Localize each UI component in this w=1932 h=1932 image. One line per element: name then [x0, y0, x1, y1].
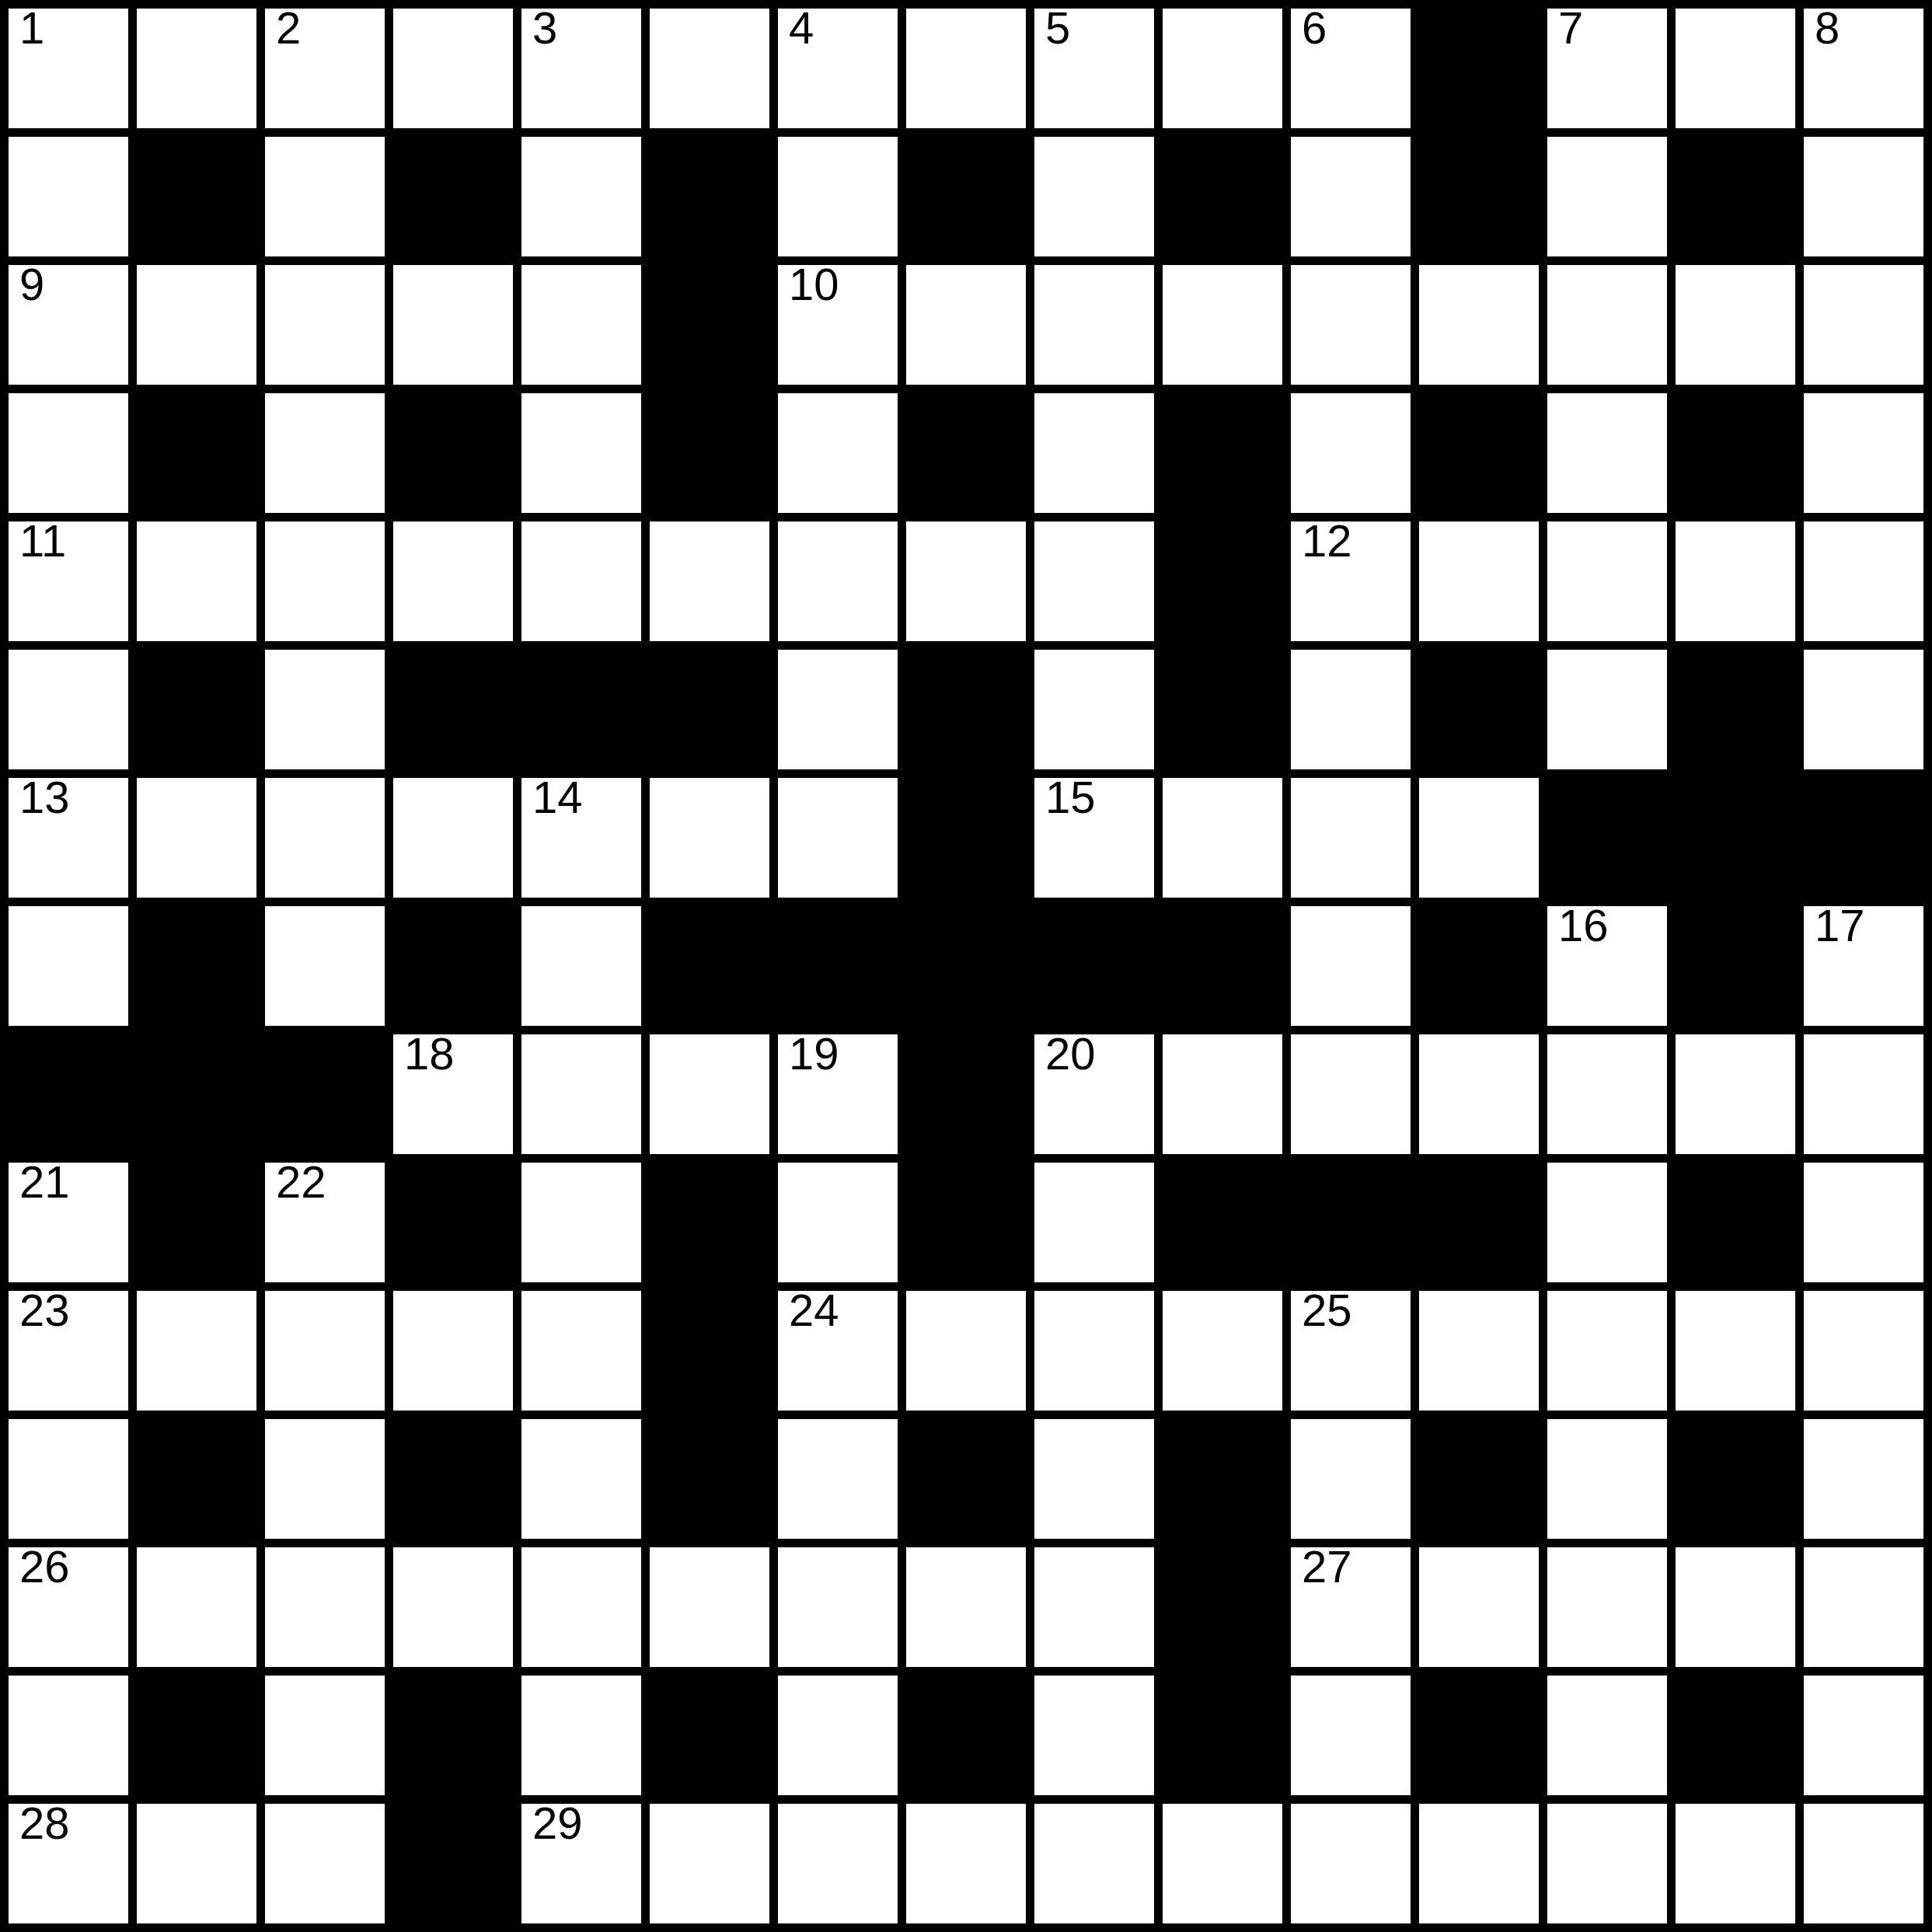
white-cell-r8-c13[interactable] — [1676, 1034, 1795, 1154]
black-cell-r3-c7 — [906, 393, 1026, 513]
white-cell-r7-c2[interactable] — [265, 906, 385, 1026]
black-cell-r6-c7 — [906, 778, 1026, 898]
black-cell-r5-c9 — [1163, 650, 1282, 769]
white-cell-r12-c3[interactable] — [393, 1547, 513, 1667]
white-cell-r14-c5[interactable] — [650, 1804, 769, 1923]
white-cell-r4-c2[interactable] — [265, 521, 385, 641]
white-cell-r10-c8[interactable] — [1034, 1291, 1154, 1411]
white-cell-r2-c0[interactable]: 9 — [9, 265, 128, 385]
white-cell-r5-c12[interactable] — [1547, 650, 1667, 769]
black-cell-r9-c7 — [906, 1163, 1026, 1282]
clue-number-14: 14 — [532, 775, 583, 820]
white-cell-r8-c8[interactable]: 20 — [1034, 1034, 1154, 1154]
black-cell-r0-c11 — [1419, 9, 1539, 128]
black-cell-r11-c13 — [1676, 1419, 1795, 1539]
white-cell-r8-c4[interactable] — [521, 1034, 641, 1154]
white-cell-r7-c12[interactable]: 16 — [1547, 906, 1667, 1026]
white-cell-r2-c2[interactable] — [265, 265, 385, 385]
clue-number-3: 3 — [532, 5, 557, 51]
white-cell-r3-c12[interactable] — [1547, 393, 1667, 513]
white-cell-r10-c13[interactable] — [1676, 1291, 1795, 1411]
white-cell-r14-c8[interactable] — [1034, 1804, 1154, 1923]
white-cell-r7-c4[interactable] — [521, 906, 641, 1026]
white-cell-r13-c10[interactable] — [1291, 1676, 1411, 1795]
white-cell-r1-c6[interactable] — [778, 137, 898, 256]
black-cell-r8-c1 — [137, 1034, 256, 1154]
white-cell-r0-c5[interactable] — [650, 9, 769, 128]
white-cell-r2-c14[interactable] — [1804, 265, 1923, 385]
white-cell-r1-c14[interactable] — [1804, 137, 1923, 256]
white-cell-r4-c3[interactable] — [393, 521, 513, 641]
white-cell-r11-c14[interactable] — [1804, 1419, 1923, 1539]
white-cell-r5-c8[interactable] — [1034, 650, 1154, 769]
white-cell-r2-c3[interactable] — [393, 265, 513, 385]
white-cell-r8-c3[interactable]: 18 — [393, 1034, 513, 1154]
white-cell-r0-c6[interactable]: 4 — [778, 9, 898, 128]
clue-number-10: 10 — [789, 262, 839, 307]
white-cell-r2-c10[interactable] — [1291, 265, 1411, 385]
clue-number-23: 23 — [19, 1288, 70, 1333]
white-cell-r14-c6[interactable] — [778, 1804, 898, 1923]
white-cell-r12-c4[interactable] — [521, 1547, 641, 1667]
white-cell-r7-c10[interactable] — [1291, 906, 1411, 1026]
white-cell-r0-c1[interactable] — [137, 9, 256, 128]
clue-number-17: 17 — [1815, 903, 1865, 948]
clue-number-9: 9 — [19, 262, 44, 307]
white-cell-r14-c12[interactable] — [1547, 1804, 1667, 1923]
black-cell-r7-c9 — [1163, 906, 1282, 1026]
white-cell-r8-c12[interactable] — [1547, 1034, 1667, 1154]
black-cell-r9-c9 — [1163, 1163, 1282, 1282]
white-cell-r6-c3[interactable] — [393, 778, 513, 898]
black-cell-r9-c5 — [650, 1163, 769, 1282]
black-cell-r1-c9 — [1163, 137, 1282, 256]
white-cell-r4-c13[interactable] — [1676, 521, 1795, 641]
black-cell-r12-c9 — [1163, 1547, 1282, 1667]
white-cell-r12-c7[interactable] — [906, 1547, 1026, 1667]
white-cell-r10-c14[interactable] — [1804, 1291, 1923, 1411]
white-cell-r12-c5[interactable] — [650, 1547, 769, 1667]
white-cell-r4-c4[interactable] — [521, 521, 641, 641]
white-cell-r11-c0[interactable] — [9, 1419, 128, 1539]
white-cell-r4-c5[interactable] — [650, 521, 769, 641]
white-cell-r0-c3[interactable] — [393, 9, 513, 128]
white-cell-r13-c14[interactable] — [1804, 1676, 1923, 1795]
white-cell-r4-c11[interactable] — [1419, 521, 1539, 641]
white-cell-r2-c9[interactable] — [1163, 265, 1282, 385]
white-cell-r6-c11[interactable] — [1419, 778, 1539, 898]
white-cell-r6-c1[interactable] — [137, 778, 256, 898]
black-cell-r7-c11 — [1419, 906, 1539, 1026]
white-cell-r2-c11[interactable] — [1419, 265, 1539, 385]
white-cell-r12-c6[interactable] — [778, 1547, 898, 1667]
clue-number-7: 7 — [1558, 5, 1583, 51]
white-cell-r0-c7[interactable] — [906, 9, 1026, 128]
white-cell-r9-c4[interactable] — [521, 1163, 641, 1282]
white-cell-r1-c2[interactable] — [265, 137, 385, 256]
black-cell-r8-c2 — [265, 1034, 385, 1154]
white-cell-r4-c6[interactable] — [778, 521, 898, 641]
white-cell-r6-c2[interactable] — [265, 778, 385, 898]
black-cell-r13-c3 — [393, 1676, 513, 1795]
black-cell-r5-c7 — [906, 650, 1026, 769]
white-cell-r8-c5[interactable] — [650, 1034, 769, 1154]
black-cell-r9-c1 — [137, 1163, 256, 1282]
white-cell-r4-c12[interactable] — [1547, 521, 1667, 641]
white-cell-r8-c11[interactable] — [1419, 1034, 1539, 1154]
black-cell-r6-c12 — [1547, 778, 1667, 898]
white-cell-r1-c10[interactable] — [1291, 137, 1411, 256]
white-cell-r0-c13[interactable] — [1676, 9, 1795, 128]
black-cell-r3-c3 — [393, 393, 513, 513]
white-cell-r6-c5[interactable] — [650, 778, 769, 898]
black-cell-r13-c1 — [137, 1676, 256, 1795]
white-cell-r12-c13[interactable] — [1676, 1547, 1795, 1667]
white-cell-r1-c12[interactable] — [1547, 137, 1667, 256]
white-cell-r14-c13[interactable] — [1676, 1804, 1795, 1923]
white-cell-r12-c0[interactable]: 26 — [9, 1547, 128, 1667]
white-cell-r9-c0[interactable]: 21 — [9, 1163, 128, 1282]
white-cell-r10-c10[interactable]: 25 — [1291, 1291, 1411, 1411]
clue-number-19: 19 — [789, 1031, 839, 1076]
black-cell-r11-c5 — [650, 1419, 769, 1539]
white-cell-r10-c9[interactable] — [1163, 1291, 1282, 1411]
black-cell-r11-c3 — [393, 1419, 513, 1539]
black-cell-r13-c5 — [650, 1676, 769, 1795]
clue-number-15: 15 — [1045, 775, 1096, 820]
black-cell-r5-c5 — [650, 650, 769, 769]
black-cell-r9-c10 — [1291, 1163, 1411, 1282]
white-cell-r14-c0[interactable]: 28 — [9, 1804, 128, 1923]
white-cell-r14-c9[interactable] — [1163, 1804, 1282, 1923]
white-cell-r3-c8[interactable] — [1034, 393, 1154, 513]
black-cell-r9-c11 — [1419, 1163, 1539, 1282]
clue-number-20: 20 — [1045, 1031, 1096, 1076]
white-cell-r13-c4[interactable] — [521, 1676, 641, 1795]
black-cell-r7-c5 — [650, 906, 769, 1026]
clue-number-25: 25 — [1302, 1288, 1352, 1333]
black-cell-r14-c3 — [393, 1804, 513, 1923]
clue-number-12: 12 — [1302, 518, 1352, 563]
white-cell-r14-c4[interactable]: 29 — [521, 1804, 641, 1923]
clue-number-26: 26 — [19, 1544, 70, 1589]
white-cell-r13-c6[interactable] — [778, 1676, 898, 1795]
black-cell-r3-c1 — [137, 393, 256, 513]
black-cell-r9-c13 — [1676, 1163, 1795, 1282]
white-cell-r10-c11[interactable] — [1419, 1291, 1539, 1411]
white-cell-r2-c13[interactable] — [1676, 265, 1795, 385]
white-cell-r14-c1[interactable] — [137, 1804, 256, 1923]
white-cell-r13-c0[interactable] — [9, 1676, 128, 1795]
black-cell-r5-c13 — [1676, 650, 1795, 769]
white-cell-r8-c14[interactable] — [1804, 1034, 1923, 1154]
white-cell-r4-c8[interactable] — [1034, 521, 1154, 641]
white-cell-r12-c10[interactable]: 27 — [1291, 1547, 1411, 1667]
black-cell-r7-c13 — [1676, 906, 1795, 1026]
white-cell-r1-c4[interactable] — [521, 137, 641, 256]
black-cell-r8-c7 — [906, 1034, 1026, 1154]
white-cell-r4-c0[interactable]: 11 — [9, 521, 128, 641]
white-cell-r2-c12[interactable] — [1547, 265, 1667, 385]
white-cell-r14-c2[interactable] — [265, 1804, 385, 1923]
white-cell-r1-c8[interactable] — [1034, 137, 1154, 256]
white-cell-r9-c6[interactable] — [778, 1163, 898, 1282]
white-cell-r4-c10[interactable]: 12 — [1291, 521, 1411, 641]
white-cell-r10-c4[interactable] — [521, 1291, 641, 1411]
white-cell-r2-c8[interactable] — [1034, 265, 1154, 385]
white-cell-r12-c11[interactable] — [1419, 1547, 1539, 1667]
black-cell-r3-c5 — [650, 393, 769, 513]
white-cell-r6-c8[interactable]: 15 — [1034, 778, 1154, 898]
black-cell-r5-c11 — [1419, 650, 1539, 769]
clue-number-21: 21 — [19, 1160, 70, 1205]
white-cell-r6-c9[interactable] — [1163, 778, 1282, 898]
white-cell-r12-c12[interactable] — [1547, 1547, 1667, 1667]
white-cell-r0-c8[interactable]: 5 — [1034, 9, 1154, 128]
white-cell-r8-c10[interactable] — [1291, 1034, 1411, 1154]
clue-number-27: 27 — [1302, 1544, 1352, 1589]
black-cell-r11-c11 — [1419, 1419, 1539, 1539]
white-cell-r10-c2[interactable] — [265, 1291, 385, 1411]
white-cell-r0-c14[interactable]: 8 — [1804, 9, 1923, 128]
white-cell-r5-c10[interactable] — [1291, 650, 1411, 769]
clue-number-16: 16 — [1558, 903, 1609, 948]
black-cell-r13-c7 — [906, 1676, 1026, 1795]
black-cell-r11-c9 — [1163, 1419, 1282, 1539]
white-cell-r9-c12[interactable] — [1547, 1163, 1667, 1282]
white-cell-r3-c10[interactable] — [1291, 393, 1411, 513]
white-cell-r3-c6[interactable] — [778, 393, 898, 513]
black-cell-r1-c1 — [137, 137, 256, 256]
crossword-grid: 1234567891011121314151617181920212223242… — [0, 0, 1932, 1932]
black-cell-r13-c11 — [1419, 1676, 1539, 1795]
white-cell-r9-c14[interactable] — [1804, 1163, 1923, 1282]
white-cell-r6-c6[interactable] — [778, 778, 898, 898]
clue-number-28: 28 — [19, 1801, 70, 1846]
black-cell-r7-c3 — [393, 906, 513, 1026]
white-cell-r7-c14[interactable]: 17 — [1804, 906, 1923, 1026]
black-cell-r1-c7 — [906, 137, 1026, 256]
white-cell-r10-c7[interactable] — [906, 1291, 1026, 1411]
white-cell-r8-c6[interactable]: 19 — [778, 1034, 898, 1154]
white-cell-r14-c7[interactable] — [906, 1804, 1026, 1923]
white-cell-r14-c11[interactable] — [1419, 1804, 1539, 1923]
white-cell-r12-c8[interactable] — [1034, 1547, 1154, 1667]
white-cell-r4-c7[interactable] — [906, 521, 1026, 641]
black-cell-r5-c3 — [393, 650, 513, 769]
white-cell-r7-c0[interactable] — [9, 906, 128, 1026]
white-cell-r0-c9[interactable] — [1163, 9, 1282, 128]
white-cell-r14-c14[interactable] — [1804, 1804, 1923, 1923]
white-cell-r11-c8[interactable] — [1034, 1419, 1154, 1539]
black-cell-r7-c6 — [778, 906, 898, 1026]
black-cell-r8-c0 — [9, 1034, 128, 1154]
clue-number-11: 11 — [19, 518, 66, 563]
black-cell-r6-c13 — [1676, 778, 1795, 898]
white-cell-r0-c0[interactable]: 1 — [9, 9, 128, 128]
black-cell-r7-c1 — [137, 906, 256, 1026]
white-cell-r13-c2[interactable] — [265, 1676, 385, 1795]
black-cell-r11-c7 — [906, 1419, 1026, 1539]
white-cell-r2-c1[interactable] — [137, 265, 256, 385]
white-cell-r11-c2[interactable] — [265, 1419, 385, 1539]
white-cell-r6-c0[interactable]: 13 — [9, 778, 128, 898]
white-cell-r13-c8[interactable] — [1034, 1676, 1154, 1795]
white-cell-r6-c4[interactable]: 14 — [521, 778, 641, 898]
clue-number-2: 2 — [276, 5, 301, 51]
clue-number-4: 4 — [789, 5, 814, 51]
black-cell-r1-c13 — [1676, 137, 1795, 256]
white-cell-r3-c2[interactable] — [265, 393, 385, 513]
white-cell-r6-c10[interactable] — [1291, 778, 1411, 898]
black-cell-r5-c1 — [137, 650, 256, 769]
clue-number-13: 13 — [19, 775, 70, 820]
white-cell-r8-c9[interactable] — [1163, 1034, 1282, 1154]
black-cell-r3-c11 — [1419, 393, 1539, 513]
white-cell-r0-c10[interactable]: 6 — [1291, 9, 1411, 128]
white-cell-r10-c6[interactable]: 24 — [778, 1291, 898, 1411]
white-cell-r0-c4[interactable]: 3 — [521, 9, 641, 128]
white-cell-r12-c2[interactable] — [265, 1547, 385, 1667]
black-cell-r3-c9 — [1163, 393, 1282, 513]
white-cell-r11-c10[interactable] — [1291, 1419, 1411, 1539]
white-cell-r4-c14[interactable] — [1804, 521, 1923, 641]
black-cell-r4-c9 — [1163, 521, 1282, 641]
white-cell-r13-c12[interactable] — [1547, 1676, 1667, 1795]
black-cell-r9-c3 — [393, 1163, 513, 1282]
white-cell-r0-c12[interactable]: 7 — [1547, 9, 1667, 128]
black-cell-r10-c5 — [650, 1291, 769, 1411]
white-cell-r12-c1[interactable] — [137, 1547, 256, 1667]
white-cell-r3-c4[interactable] — [521, 393, 641, 513]
black-cell-r1-c11 — [1419, 137, 1539, 256]
white-cell-r14-c10[interactable] — [1291, 1804, 1411, 1923]
black-cell-r11-c1 — [137, 1419, 256, 1539]
white-cell-r2-c7[interactable] — [906, 265, 1026, 385]
white-cell-r5-c0[interactable] — [9, 650, 128, 769]
white-cell-r9-c8[interactable] — [1034, 1163, 1154, 1282]
white-cell-r12-c14[interactable] — [1804, 1547, 1923, 1667]
white-cell-r0-c2[interactable]: 2 — [265, 9, 385, 128]
black-cell-r6-c14 — [1804, 778, 1923, 898]
white-cell-r3-c14[interactable] — [1804, 393, 1923, 513]
clue-number-5: 5 — [1045, 5, 1070, 51]
black-cell-r3-c13 — [1676, 393, 1795, 513]
clue-number-6: 6 — [1302, 5, 1327, 51]
black-cell-r2-c5 — [650, 265, 769, 385]
white-cell-r5-c6[interactable] — [778, 650, 898, 769]
black-cell-r13-c13 — [1676, 1676, 1795, 1795]
clue-number-8: 8 — [1815, 5, 1840, 51]
black-cell-r7-c8 — [1034, 906, 1154, 1026]
white-cell-r10-c12[interactable] — [1547, 1291, 1667, 1411]
white-cell-r5-c14[interactable] — [1804, 650, 1923, 769]
clue-number-1: 1 — [19, 5, 44, 51]
black-cell-r1-c3 — [393, 137, 513, 256]
white-cell-r9-c2[interactable]: 22 — [265, 1163, 385, 1282]
clue-number-18: 18 — [404, 1031, 455, 1076]
black-cell-r13-c9 — [1163, 1676, 1282, 1795]
white-cell-r3-c0[interactable] — [9, 393, 128, 513]
black-cell-r7-c7 — [906, 906, 1026, 1026]
white-cell-r1-c0[interactable] — [9, 137, 128, 256]
white-cell-r11-c6[interactable] — [778, 1419, 898, 1539]
black-cell-r1-c5 — [650, 137, 769, 256]
white-cell-r10-c1[interactable] — [137, 1291, 256, 1411]
white-cell-r11-c4[interactable] — [521, 1419, 641, 1539]
clue-number-24: 24 — [789, 1288, 839, 1333]
white-cell-r2-c6[interactable]: 10 — [778, 265, 898, 385]
white-cell-r11-c12[interactable] — [1547, 1419, 1667, 1539]
white-cell-r2-c4[interactable] — [521, 265, 641, 385]
clue-number-22: 22 — [276, 1160, 326, 1205]
clue-number-29: 29 — [532, 1801, 583, 1846]
white-cell-r5-c2[interactable] — [265, 650, 385, 769]
black-cell-r5-c4 — [521, 650, 641, 769]
white-cell-r10-c3[interactable] — [393, 1291, 513, 1411]
white-cell-r10-c0[interactable]: 23 — [9, 1291, 128, 1411]
white-cell-r4-c1[interactable] — [137, 521, 256, 641]
